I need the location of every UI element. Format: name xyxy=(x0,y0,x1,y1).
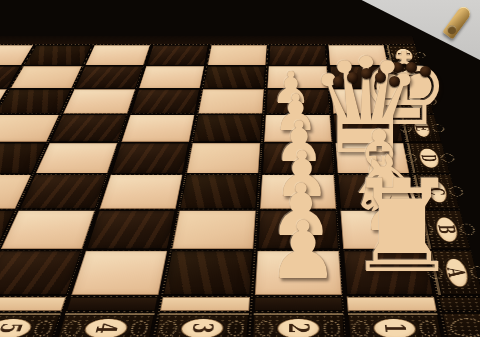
queen-crown-finial xyxy=(389,76,400,87)
queen-crown-finial xyxy=(361,68,372,79)
chess-set-photo: HGFEDCBA87654321 ♜♞♝♛♚♟♟♟♟♟♟ xyxy=(0,0,480,337)
piece-white-rook-a1[interactable]: ♜ xyxy=(345,163,460,291)
queen-crown-finial xyxy=(347,72,358,83)
queen-crown-finial xyxy=(333,76,344,87)
pieces-layer: ♜♞♝♛♚♟♟♟♟♟♟ xyxy=(0,0,480,337)
queen-crown-finial xyxy=(375,72,386,83)
piece-white-pawn-a2[interactable]: ♟ xyxy=(267,211,339,291)
